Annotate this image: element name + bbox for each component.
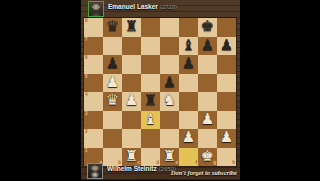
rank-label-3: 3 xyxy=(85,112,88,117)
player-name-top: Emanuel Lasker (2720) xyxy=(108,3,177,10)
square-f3[interactable] xyxy=(179,111,198,130)
piece-white-king: ♚ xyxy=(201,149,214,164)
wood-background: Emanuel Lasker (2720) ♟♟♟♝♞ 8♛♜♚7♝♟♟6♟♟5… xyxy=(81,0,240,180)
square-f7[interactable]: ♝ xyxy=(179,37,198,56)
square-g1[interactable]: g♚ xyxy=(198,148,217,167)
rank-label-2: 2 xyxy=(85,130,88,135)
piece-white-pawn: ♟ xyxy=(201,112,214,127)
player-rating-top: (2720) xyxy=(160,4,177,10)
captured-pieces-bottom: ♟♟♟♝♞♞+3 xyxy=(107,173,164,181)
square-c3[interactable] xyxy=(122,111,141,130)
square-h3[interactable] xyxy=(217,111,236,130)
square-e7[interactable] xyxy=(160,37,179,56)
player-name-bottom-text: Wilhelm Steinitz xyxy=(107,165,157,172)
piece-black-pawn: ♟ xyxy=(201,38,214,53)
piece-black-rook: ♜ xyxy=(125,19,138,34)
file-label-g: g xyxy=(213,161,216,166)
square-e4[interactable]: ♞ xyxy=(160,92,179,111)
square-h1[interactable]: h xyxy=(217,148,236,167)
square-h4[interactable] xyxy=(217,92,236,111)
file-label-h: h xyxy=(232,161,235,166)
piece-black-pawn: ♟ xyxy=(182,56,195,71)
captured-pawn-icon: ♟ xyxy=(121,179,128,181)
square-d3[interactable]: ♝ xyxy=(141,111,160,130)
player-name-bottom: Wilhelm Steinitz (2650) xyxy=(107,165,176,172)
square-b5[interactable]: ♟ xyxy=(103,74,122,93)
square-h5[interactable] xyxy=(217,74,236,93)
captured-knight-icon: ♞ xyxy=(140,179,147,181)
square-e6[interactable] xyxy=(160,55,179,74)
square-h7[interactable]: ♟ xyxy=(217,37,236,56)
rank-label-1: 1 xyxy=(85,149,88,154)
square-e2[interactable] xyxy=(160,129,179,148)
square-f4[interactable] xyxy=(179,92,198,111)
piece-white-rook: ♜ xyxy=(163,149,176,164)
square-b3[interactable] xyxy=(103,111,122,130)
square-c2[interactable] xyxy=(122,129,141,148)
piece-white-queen: ♛ xyxy=(106,93,119,108)
square-e3[interactable] xyxy=(160,111,179,130)
square-e8[interactable] xyxy=(160,18,179,37)
captured-knight-icon: ♞ xyxy=(147,179,154,181)
square-b6[interactable]: ♟ xyxy=(103,55,122,74)
piece-black-pawn: ♟ xyxy=(163,75,176,90)
rank-label-7: 7 xyxy=(85,38,88,43)
square-c8[interactable]: ♜ xyxy=(122,18,141,37)
square-g2[interactable] xyxy=(198,129,217,148)
square-b8[interactable]: ♛ xyxy=(103,18,122,37)
piece-black-bishop: ♝ xyxy=(182,38,195,53)
rank-label-4: 4 xyxy=(85,93,88,98)
square-f2[interactable]: ♟ xyxy=(179,129,198,148)
square-g5[interactable] xyxy=(198,74,217,93)
piece-white-pawn: ♟ xyxy=(106,75,119,90)
square-c7[interactable] xyxy=(122,37,141,56)
captured-bishop-icon: ♝ xyxy=(131,179,138,181)
square-b2[interactable] xyxy=(103,129,122,148)
piece-white-pawn: ♟ xyxy=(125,93,138,108)
video-frame: Emanuel Lasker (2720) ♟♟♟♝♞ 8♛♜♚7♝♟♟6♟♟5… xyxy=(0,0,320,180)
square-g8[interactable]: ♚ xyxy=(198,18,217,37)
file-label-f: f xyxy=(196,161,198,166)
square-e1[interactable]: e♜ xyxy=(160,148,179,167)
square-d4[interactable]: ♜ xyxy=(141,92,160,111)
square-f8[interactable] xyxy=(179,18,198,37)
square-f5[interactable] xyxy=(179,74,198,93)
square-a7[interactable]: 7 xyxy=(84,37,103,56)
square-a6[interactable]: 6 xyxy=(84,55,103,74)
material-advantage: +3 xyxy=(157,180,164,181)
piece-white-pawn: ♟ xyxy=(220,130,233,145)
chess-board[interactable]: 8♛♜♚7♝♟♟6♟♟5♟♟4♛♟♜♞3♝♟2♟♟1abc♜de♜fg♚h xyxy=(84,18,236,166)
piece-white-rook: ♜ xyxy=(125,149,138,164)
square-g4[interactable] xyxy=(198,92,217,111)
square-a5[interactable]: 5 xyxy=(84,74,103,93)
player-avatar-top xyxy=(88,1,104,17)
square-d6[interactable] xyxy=(141,55,160,74)
rank-label-6: 6 xyxy=(85,56,88,61)
square-d5[interactable] xyxy=(141,74,160,93)
square-h6[interactable] xyxy=(217,55,236,74)
piece-black-pawn: ♟ xyxy=(106,56,119,71)
rank-label-5: 5 xyxy=(85,75,88,80)
square-a2[interactable]: 2 xyxy=(84,129,103,148)
square-h8[interactable] xyxy=(217,18,236,37)
piece-black-pawn: ♟ xyxy=(220,38,233,53)
square-b4[interactable]: ♛ xyxy=(103,92,122,111)
piece-white-knight: ♞ xyxy=(163,93,176,108)
square-e5[interactable]: ♟ xyxy=(160,74,179,93)
square-c1[interactable]: c♜ xyxy=(122,148,141,167)
square-d8[interactable] xyxy=(141,18,160,37)
square-f1[interactable]: f xyxy=(179,148,198,167)
square-a3[interactable]: 3 xyxy=(84,111,103,130)
player-avatar-bottom xyxy=(87,163,103,179)
square-d1[interactable]: d xyxy=(141,148,160,167)
square-a8[interactable]: 8 xyxy=(84,18,103,37)
subscribe-reminder: Don't forget to subscribe xyxy=(171,169,237,176)
square-h2[interactable]: ♟ xyxy=(217,129,236,148)
square-a4[interactable]: 4 xyxy=(84,92,103,111)
square-c6[interactable] xyxy=(122,55,141,74)
piece-black-queen: ♛ xyxy=(106,19,119,34)
square-g6[interactable] xyxy=(198,55,217,74)
piece-black-king: ♚ xyxy=(201,19,214,34)
square-b1[interactable]: b xyxy=(103,148,122,167)
piece-white-bishop: ♝ xyxy=(144,112,157,127)
square-d7[interactable] xyxy=(141,37,160,56)
square-g3[interactable]: ♟ xyxy=(198,111,217,130)
square-c4[interactable]: ♟ xyxy=(122,92,141,111)
player-name-top-text: Emanuel Lasker xyxy=(108,3,158,10)
piece-black-rook: ♜ xyxy=(144,93,157,108)
square-d2[interactable] xyxy=(141,129,160,148)
rank-label-8: 8 xyxy=(85,19,88,24)
piece-white-pawn: ♟ xyxy=(182,130,195,145)
square-g7[interactable]: ♟ xyxy=(198,37,217,56)
square-b7[interactable] xyxy=(103,37,122,56)
square-f6[interactable]: ♟ xyxy=(179,55,198,74)
square-c5[interactable] xyxy=(122,74,141,93)
